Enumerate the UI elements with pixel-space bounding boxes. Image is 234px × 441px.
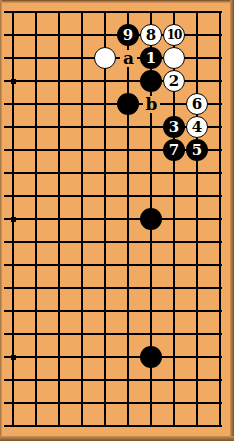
stone-black-move-7: 7 (163, 139, 185, 161)
stone-white-move-8: 8 (140, 24, 162, 46)
board-frame-left-edge (0, 0, 2, 441)
stone-white (163, 47, 185, 69)
grid-hline (4, 172, 222, 174)
grid-hline (4, 218, 222, 220)
stone-black (140, 70, 162, 92)
stone-white-move-4: 4 (186, 116, 208, 138)
board-frame-top-edge (0, 0, 234, 3)
grid-hline (4, 241, 222, 243)
board-frame-bottom-edge (0, 436, 234, 441)
star-point (11, 79, 16, 84)
grid-hline (4, 287, 222, 289)
grid-hline (4, 80, 222, 82)
grid-hline (4, 34, 222, 36)
grid-hline (4, 333, 222, 335)
stone-black-move-1: 1 (140, 47, 162, 69)
board-frame-right-edge (230, 0, 234, 441)
grid-hline (4, 402, 222, 404)
grid-hline (4, 379, 222, 381)
stone-white (94, 47, 116, 69)
stone-black-move-3: 3 (163, 116, 185, 138)
stone-black-move-5: 5 (186, 139, 208, 161)
grid-hline (4, 11, 222, 13)
star-point (11, 355, 16, 360)
grid-hline (4, 264, 222, 266)
star-point (11, 217, 16, 222)
go-board-diagram: ab98101263475 (0, 0, 234, 441)
stone-black (117, 93, 139, 115)
stone-black (140, 208, 162, 230)
stone-white-move-6: 6 (186, 93, 208, 115)
grid-hline (4, 356, 222, 358)
stone-white-move-2: 2 (163, 70, 185, 92)
stone-black-move-9: 9 (117, 24, 139, 46)
grid-hline (4, 425, 222, 427)
letter-point-b: b (143, 96, 160, 113)
letter-point-a: a (120, 50, 137, 67)
grid-hline (4, 310, 222, 312)
stone-black (140, 346, 162, 368)
grid-hline (4, 195, 222, 197)
stone-white-move-10: 10 (163, 24, 185, 46)
